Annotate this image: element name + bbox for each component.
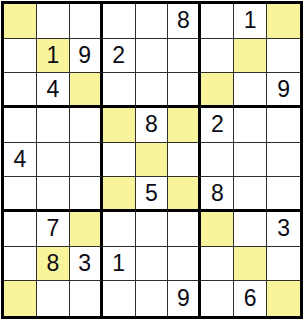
cell-r4c9[interactable] [267,108,300,143]
cell-r3c3[interactable] [70,73,103,108]
cell-r9c5[interactable] [136,281,169,316]
cell-r5c7[interactable] [201,143,234,178]
cell-r5c5[interactable] [136,143,169,178]
cell-r1c5[interactable] [136,4,169,39]
cell-r4c5[interactable]: 8 [136,108,169,143]
cell-r4c2[interactable] [37,108,70,143]
cell-r1c4[interactable] [103,4,136,39]
cell-r2c9[interactable] [267,39,300,74]
cell-r3c2[interactable]: 4 [37,73,70,108]
cell-r1c7[interactable] [201,4,234,39]
cell-r3c1[interactable] [4,73,37,108]
cell-r8c5[interactable] [136,247,169,282]
cell-r9c4[interactable] [103,281,136,316]
cell-r1c9[interactable] [267,4,300,39]
cell-r7c8[interactable] [234,212,267,247]
cell-r7c9[interactable]: 3 [267,212,300,247]
cell-r3c4[interactable] [103,73,136,108]
cell-r6c6[interactable] [168,177,201,212]
cell-r8c9[interactable] [267,247,300,282]
cell-r8c7[interactable] [201,247,234,282]
cell-r2c2[interactable]: 1 [37,39,70,74]
cell-r7c3[interactable] [70,212,103,247]
cell-r7c5[interactable] [136,212,169,247]
cell-r1c2[interactable] [37,4,70,39]
cell-r2c7[interactable] [201,39,234,74]
cell-r6c4[interactable] [103,177,136,212]
cell-r7c4[interactable] [103,212,136,247]
cell-r6c1[interactable] [4,177,37,212]
cell-r8c1[interactable] [4,247,37,282]
cell-r6c2[interactable] [37,177,70,212]
cell-r4c3[interactable] [70,108,103,143]
cell-r4c8[interactable] [234,108,267,143]
cell-r7c7[interactable] [201,212,234,247]
cell-r5c1[interactable]: 4 [4,143,37,178]
cell-r8c6[interactable] [168,247,201,282]
cell-r8c3[interactable]: 3 [70,247,103,282]
cell-r2c1[interactable] [4,39,37,74]
cell-r4c1[interactable] [4,108,37,143]
cell-r1c1[interactable] [4,4,37,39]
sudoku-board: 8119249824587383196 [1,1,303,319]
cell-r5c6[interactable] [168,143,201,178]
cell-r3c9[interactable]: 9 [267,73,300,108]
cell-r4c7[interactable]: 2 [201,108,234,143]
cell-r9c8[interactable]: 6 [234,281,267,316]
cell-r9c3[interactable] [70,281,103,316]
cell-r2c3[interactable]: 9 [70,39,103,74]
cell-r4c6[interactable] [168,108,201,143]
cell-r7c6[interactable] [168,212,201,247]
cell-r1c6[interactable]: 8 [168,4,201,39]
cell-r3c8[interactable] [234,73,267,108]
sudoku-page: 8119249824587383196 [0,0,304,320]
cell-r6c8[interactable] [234,177,267,212]
cell-r4c4[interactable] [103,108,136,143]
cell-r3c6[interactable] [168,73,201,108]
cell-r3c5[interactable] [136,73,169,108]
cell-r5c8[interactable] [234,143,267,178]
cell-r9c7[interactable] [201,281,234,316]
cell-r6c5[interactable]: 5 [136,177,169,212]
cell-r3c7[interactable] [201,73,234,108]
cell-r9c2[interactable] [37,281,70,316]
cell-r5c4[interactable] [103,143,136,178]
cell-r6c7[interactable]: 8 [201,177,234,212]
cell-r9c1[interactable] [4,281,37,316]
cell-r9c9[interactable] [267,281,300,316]
cell-r2c8[interactable] [234,39,267,74]
cell-r1c8[interactable]: 1 [234,4,267,39]
cell-r8c4[interactable]: 1 [103,247,136,282]
cell-r8c2[interactable]: 8 [37,247,70,282]
cell-r2c6[interactable] [168,39,201,74]
cell-r5c2[interactable] [37,143,70,178]
cell-r6c9[interactable] [267,177,300,212]
cell-r8c8[interactable] [234,247,267,282]
cell-r1c3[interactable] [70,4,103,39]
cell-r2c4[interactable]: 2 [103,39,136,74]
cell-r5c9[interactable] [267,143,300,178]
cell-r6c3[interactable] [70,177,103,212]
cell-r9c6[interactable]: 9 [168,281,201,316]
cell-r2c5[interactable] [136,39,169,74]
cell-r7c1[interactable] [4,212,37,247]
cell-r7c2[interactable]: 7 [37,212,70,247]
cell-r5c3[interactable] [70,143,103,178]
